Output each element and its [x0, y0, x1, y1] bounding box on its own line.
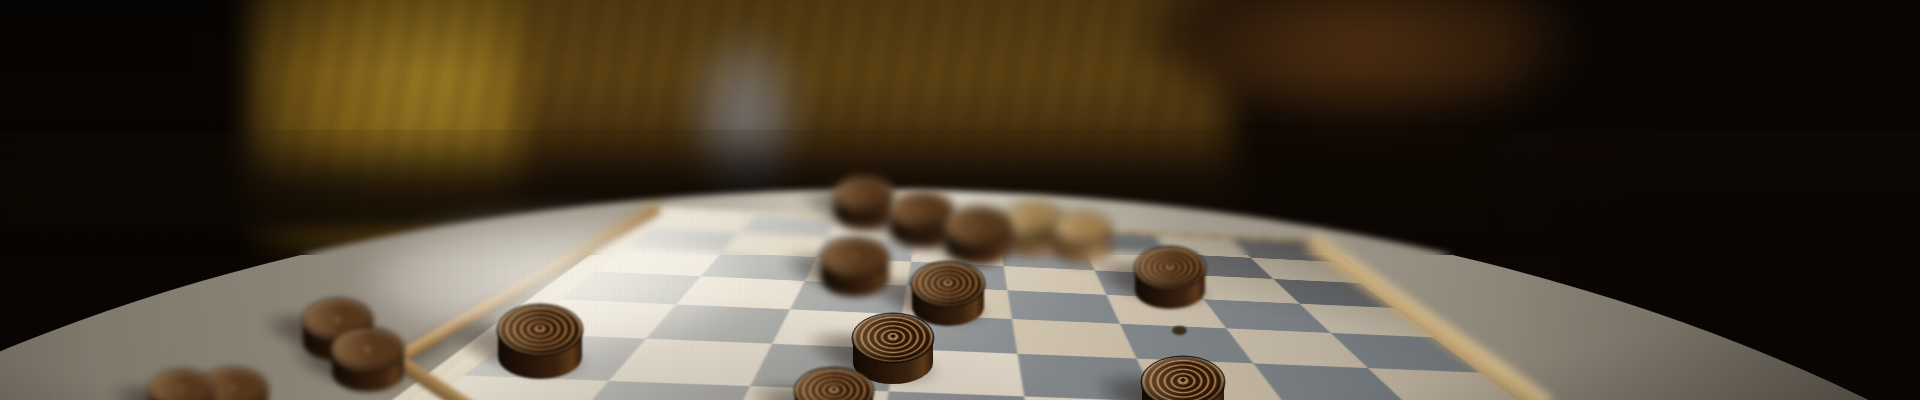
wood-knot	[1172, 326, 1187, 335]
piece-a-top-rings	[498, 305, 582, 355]
piece-t2	[332, 328, 404, 391]
piece-d-top-rings	[1142, 357, 1224, 400]
piece-f	[795, 368, 873, 400]
piece-t4-top-rings	[149, 370, 215, 400]
piece-d	[1142, 357, 1224, 400]
piece-c-top-rings	[912, 262, 984, 305]
piece-a	[498, 305, 582, 379]
piece-e	[1135, 247, 1205, 309]
piece-h5-top-rings	[1053, 212, 1111, 247]
piece-h3-top-rings	[945, 207, 1011, 247]
piece-t4	[149, 370, 215, 400]
piece-e-top-rings	[1135, 247, 1205, 289]
piece-h3	[945, 207, 1011, 265]
photo-canvas	[0, 0, 1920, 400]
piece-t2-top-rings	[332, 328, 404, 371]
piece-f-top-rings	[795, 368, 873, 400]
piece-b-top-rings	[853, 314, 933, 362]
piece-g-top-rings	[821, 238, 889, 279]
piece-h5	[1053, 212, 1111, 263]
